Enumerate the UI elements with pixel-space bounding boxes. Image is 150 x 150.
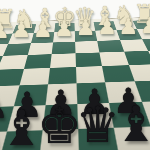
- square-e5: [48, 67, 77, 85]
- square-d4: [76, 52, 103, 67]
- square-f7: [6, 105, 45, 131]
- chess-board: [0, 17, 150, 150]
- square-f6: [13, 85, 47, 106]
- chess-board-photo: ♜♞♝♚♛♝♞♜♟♟♟♟♟♟♟♟♟♟♟♟♟♟♟♟♜♞♝♚♛♝♞♜: [0, 0, 150, 150]
- square-e6: [45, 84, 77, 105]
- square-f5: [19, 68, 50, 86]
- square-f4: [24, 54, 52, 69]
- square-d6: [77, 83, 110, 104]
- square-e7: [42, 104, 78, 130]
- square-d3: [75, 41, 99, 53]
- square-d7: [77, 103, 114, 129]
- square-e8: [38, 129, 79, 150]
- square-e3: [51, 41, 75, 54]
- square-e4: [50, 53, 76, 68]
- square-c8: [114, 126, 150, 150]
- square-b4: [124, 51, 150, 66]
- board-squares: [0, 20, 150, 150]
- square-f3: [27, 42, 52, 55]
- square-f8: [0, 130, 42, 150]
- square-d5: [76, 66, 105, 83]
